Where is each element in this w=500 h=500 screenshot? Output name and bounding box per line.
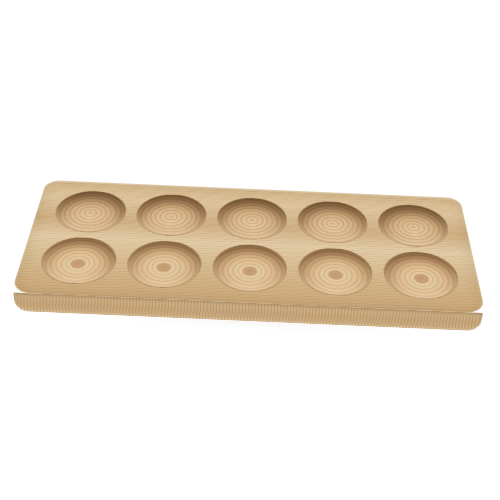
- board-cell-r2c2: [117, 237, 210, 293]
- pit-r2c3[interactable]: [211, 243, 287, 293]
- board-cell-r2c5: [375, 247, 469, 304]
- board-cell-r1c1: [44, 187, 136, 237]
- board-cell-r2c3: [205, 240, 293, 296]
- mancala-board: [11, 180, 485, 313]
- pit-r2c5[interactable]: [381, 250, 463, 301]
- board-cell-r1c2: [127, 190, 214, 240]
- board-cell-r2c1: [29, 233, 127, 289]
- board-perspective-wrapper: [26, 140, 476, 343]
- pit-r1c4[interactable]: [297, 200, 369, 245]
- pit-r2c4[interactable]: [298, 247, 375, 298]
- board-cell-r1c3: [210, 194, 293, 244]
- board-orientation-wrapper: [26, 140, 476, 343]
- product-photo-stage: [0, 0, 500, 500]
- pit-r2c2[interactable]: [123, 239, 204, 289]
- board-cell-r2c4: [292, 244, 380, 300]
- pit-r1c3[interactable]: [215, 196, 287, 241]
- pit-r1c5[interactable]: [375, 203, 451, 248]
- pit-r2c1[interactable]: [35, 236, 121, 286]
- pit-r1c1[interactable]: [50, 189, 130, 233]
- board-cell-r1c5: [370, 201, 458, 251]
- board-cell-r1c4: [292, 197, 375, 247]
- pit-r1c2[interactable]: [133, 193, 209, 238]
